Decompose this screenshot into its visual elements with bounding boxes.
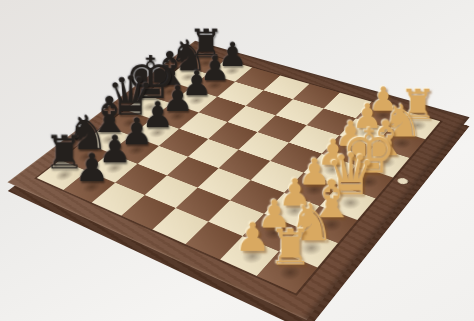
square-h5 bbox=[263, 75, 309, 99]
black-pawn-a7: ♟ bbox=[74, 148, 109, 187]
scene: ♜♞♝♛♚♝♞♜♟♟♟♟♟♟♟♟♟♟♟♟♟♟♟♟♜♞♝♛♚♝♞♜ bbox=[0, 0, 474, 321]
white-rook-a1: ♜ bbox=[268, 224, 312, 273]
white-pawn-a2: ♟ bbox=[235, 217, 271, 257]
frame-inlay-dot bbox=[396, 177, 410, 185]
square-c6 bbox=[138, 146, 188, 176]
